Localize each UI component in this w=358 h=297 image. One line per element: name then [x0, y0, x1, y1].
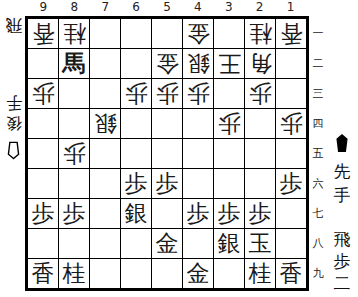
- square-8-7[interactable]: 歩: [59, 199, 89, 228]
- gote-piece-金: 金: [187, 22, 210, 45]
- square-2-3[interactable]: 歩: [245, 79, 275, 108]
- gote-piece-香: 香: [280, 22, 303, 45]
- square-9-1[interactable]: 香: [28, 19, 58, 48]
- square-6-7[interactable]: 銀: [121, 199, 151, 228]
- square-9-8[interactable]: [28, 229, 58, 258]
- square-9-6[interactable]: [28, 169, 58, 198]
- sente-piece-歩: 歩: [32, 202, 55, 225]
- file-label-3: 3: [213, 0, 244, 15]
- file-label-8: 8: [59, 0, 90, 15]
- square-1-1[interactable]: 香: [276, 19, 306, 48]
- sente-piece-香: 香: [280, 262, 303, 285]
- square-1-8[interactable]: [276, 229, 306, 258]
- square-1-5[interactable]: [276, 139, 306, 168]
- square-1-4[interactable]: 歩: [276, 109, 306, 138]
- square-1-7[interactable]: [276, 199, 306, 228]
- sente-piece-玉: 玉: [249, 232, 272, 255]
- gote-piece-icon: [6, 137, 23, 160]
- square-7-9[interactable]: [90, 259, 120, 288]
- gote-name-char: 後: [6, 113, 22, 134]
- file-labels-row: 987654321: [28, 0, 306, 15]
- square-3-7[interactable]: 歩: [214, 199, 244, 228]
- square-4-2[interactable]: 銀: [183, 49, 213, 78]
- sente-piece-icon: [333, 133, 351, 157]
- square-1-2[interactable]: [276, 49, 306, 78]
- sente-hand-piece: 二: [334, 273, 351, 295]
- sente-piece-桂: 桂: [249, 262, 272, 285]
- file-label-5: 5: [152, 0, 183, 15]
- square-9-7[interactable]: 歩: [28, 199, 58, 228]
- square-3-2[interactable]: 王: [214, 49, 244, 78]
- square-2-9[interactable]: 桂: [245, 259, 275, 288]
- square-8-2[interactable]: 馬: [59, 49, 89, 78]
- sente-piece-歩: 歩: [280, 172, 303, 195]
- rank-label-3: 三: [310, 79, 326, 108]
- sente-name-char: 先: [334, 160, 351, 184]
- sente-piece-歩: 歩: [156, 172, 179, 195]
- sente-piece-桂: 桂: [63, 262, 86, 285]
- rank-labels-column: 一二三四五六七八九: [310, 19, 326, 288]
- square-7-8[interactable]: [90, 229, 120, 258]
- square-8-9[interactable]: 桂: [59, 259, 89, 288]
- gote-piece-歩: 歩: [63, 142, 86, 165]
- gote-name-char: 手: [6, 92, 22, 113]
- square-3-3[interactable]: [214, 79, 244, 108]
- square-8-1[interactable]: 桂: [59, 19, 89, 48]
- gote-piece-歩: 歩: [218, 112, 241, 135]
- square-2-4[interactable]: [245, 109, 275, 138]
- rank-label-1: 一: [310, 19, 326, 48]
- sente-piece-歩: 歩: [218, 202, 241, 225]
- square-4-5[interactable]: [183, 139, 213, 168]
- gote-piece-歩: 歩: [249, 82, 272, 105]
- square-6-5[interactable]: [121, 139, 151, 168]
- square-6-3[interactable]: 歩: [121, 79, 151, 108]
- gote-piece-桂: 桂: [63, 22, 86, 45]
- rank-label-2: 二: [310, 49, 326, 78]
- square-9-2[interactable]: [28, 49, 58, 78]
- sente-piece-金: 金: [187, 262, 210, 285]
- sente-piece-馬: 馬: [63, 52, 86, 75]
- square-4-9[interactable]: 金: [183, 259, 213, 288]
- square-7-4[interactable]: 銀: [90, 109, 120, 138]
- square-1-9[interactable]: 香: [276, 259, 306, 288]
- square-3-8[interactable]: 銀: [214, 229, 244, 258]
- square-5-2[interactable]: 金: [152, 49, 182, 78]
- gote-piece-銀: 銀: [187, 52, 210, 75]
- square-4-7[interactable]: 歩: [183, 199, 213, 228]
- sente-piece-金: 金: [156, 232, 179, 255]
- square-9-9[interactable]: 香: [28, 259, 58, 288]
- square-7-5[interactable]: [90, 139, 120, 168]
- square-2-6[interactable]: [245, 169, 275, 198]
- sente-hand-piece: 歩: [334, 251, 351, 273]
- rank-label-5: 五: [310, 139, 326, 168]
- square-4-4[interactable]: [183, 109, 213, 138]
- square-2-1[interactable]: 桂: [245, 19, 275, 48]
- square-7-7[interactable]: [90, 199, 120, 228]
- board-grid: 香桂金桂香馬金銀王角歩歩歩歩歩銀歩歩歩歩歩歩歩歩銀歩歩歩金銀玉香桂金桂香: [28, 19, 306, 288]
- gote-piece-角: 角: [249, 52, 272, 75]
- gote-piece-王: 王: [218, 52, 241, 75]
- gote-piece-香: 香: [32, 22, 55, 45]
- rank-label-6: 六: [310, 169, 326, 198]
- square-8-3[interactable]: [59, 79, 89, 108]
- square-2-7[interactable]: 歩: [245, 199, 275, 228]
- square-3-6[interactable]: [214, 169, 244, 198]
- square-9-3[interactable]: 歩: [28, 79, 58, 108]
- square-4-3[interactable]: 歩: [183, 79, 213, 108]
- sente-hand-piece: 飛: [334, 229, 351, 251]
- square-9-5[interactable]: [28, 139, 58, 168]
- square-4-6[interactable]: [183, 169, 213, 198]
- sente-piece-銀: 銀: [218, 232, 241, 255]
- file-label-2: 2: [244, 0, 275, 15]
- square-1-6[interactable]: 歩: [276, 169, 306, 198]
- sente-piece-香: 香: [32, 262, 55, 285]
- gote-piece-歩: 歩: [156, 82, 179, 105]
- square-8-8[interactable]: [59, 229, 89, 258]
- square-7-3[interactable]: [90, 79, 120, 108]
- square-5-5[interactable]: [152, 139, 182, 168]
- square-2-8[interactable]: 玉: [245, 229, 275, 258]
- file-label-1: 1: [275, 0, 306, 15]
- square-4-8[interactable]: [183, 229, 213, 258]
- shogi-board: 香桂金桂香馬金銀王角歩歩歩歩歩銀歩歩歩歩歩歩歩歩銀歩歩歩金銀玉香桂金桂香: [25, 16, 309, 291]
- square-7-2[interactable]: [90, 49, 120, 78]
- square-3-9[interactable]: [214, 259, 244, 288]
- square-2-5[interactable]: [245, 139, 275, 168]
- square-6-4[interactable]: [121, 109, 151, 138]
- sente-piece-歩: 歩: [125, 172, 148, 195]
- square-3-4[interactable]: 歩: [214, 109, 244, 138]
- gote-piece-歩: 歩: [187, 82, 210, 105]
- square-5-7[interactable]: [152, 199, 182, 228]
- gote-piece-歩: 歩: [125, 82, 148, 105]
- gote-piece-銀: 銀: [94, 112, 117, 135]
- rank-label-9: 九: [310, 259, 326, 288]
- square-8-5[interactable]: 歩: [59, 139, 89, 168]
- square-5-8[interactable]: 金: [152, 229, 182, 258]
- square-4-1[interactable]: 金: [183, 19, 213, 48]
- shogi-diagram: 987654321 香桂金桂香馬金銀王角歩歩歩歩歩銀歩歩歩歩歩歩歩歩銀歩歩歩金銀…: [0, 0, 358, 297]
- rank-label-7: 七: [310, 199, 326, 228]
- sente-hand-panel: 先 手 飛 歩 二: [330, 133, 354, 295]
- file-label-7: 7: [90, 0, 121, 15]
- square-6-2[interactable]: [121, 49, 151, 78]
- square-5-1[interactable]: [152, 19, 182, 48]
- square-5-4[interactable]: [152, 109, 182, 138]
- gote-hand-panel: 後 手 飛: [3, 14, 25, 160]
- sente-piece-歩: 歩: [249, 202, 272, 225]
- gote-hand-piece: 飛: [6, 14, 23, 36]
- sente-piece-歩: 歩: [63, 202, 86, 225]
- sente-piece-銀: 銀: [125, 202, 148, 225]
- square-8-6[interactable]: [59, 169, 89, 198]
- square-7-6[interactable]: [90, 169, 120, 198]
- gote-piece-歩: 歩: [280, 112, 303, 135]
- rank-label-8: 八: [310, 229, 326, 258]
- sente-piece-歩: 歩: [187, 202, 210, 225]
- square-5-6[interactable]: 歩: [152, 169, 182, 198]
- file-label-4: 4: [182, 0, 213, 15]
- file-label-6: 6: [121, 0, 152, 15]
- square-6-9[interactable]: [121, 259, 151, 288]
- square-8-4[interactable]: [59, 109, 89, 138]
- gote-piece-桂: 桂: [249, 22, 272, 45]
- square-6-8[interactable]: [121, 229, 151, 258]
- sente-name-char: 手: [334, 184, 351, 208]
- square-5-9[interactable]: [152, 259, 182, 288]
- square-2-2[interactable]: 角: [245, 49, 275, 78]
- gote-piece-歩: 歩: [32, 82, 55, 105]
- gote-piece-金: 金: [156, 52, 179, 75]
- square-6-6[interactable]: 歩: [121, 169, 151, 198]
- rank-label-4: 四: [310, 109, 326, 138]
- square-9-4[interactable]: [28, 109, 58, 138]
- square-5-3[interactable]: 歩: [152, 79, 182, 108]
- square-6-1[interactable]: [121, 19, 151, 48]
- square-3-5[interactable]: [214, 139, 244, 168]
- square-1-3[interactable]: [276, 79, 306, 108]
- file-label-9: 9: [28, 0, 59, 15]
- square-3-1[interactable]: [214, 19, 244, 48]
- square-7-1[interactable]: [90, 19, 120, 48]
